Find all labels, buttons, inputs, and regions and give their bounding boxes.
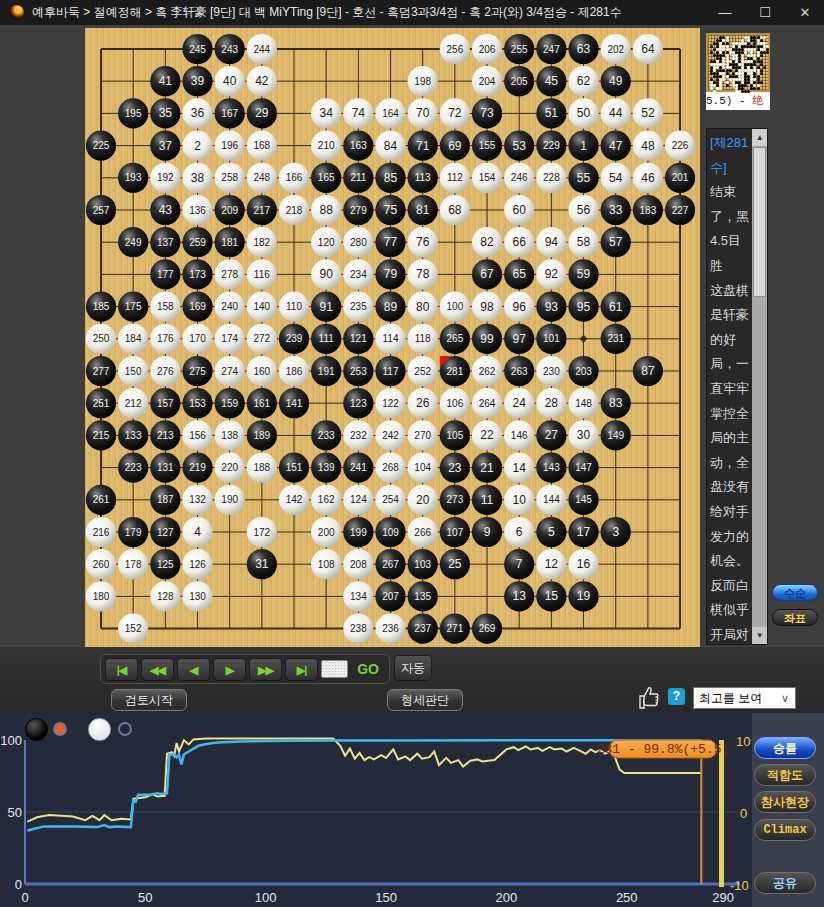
svg-text:253: 253 <box>350 366 367 377</box>
stone-W104: 104 <box>408 453 438 483</box>
svg-text:24: 24 <box>513 396 527 410</box>
svg-text:243: 243 <box>221 44 238 55</box>
svg-text:262: 262 <box>479 366 496 377</box>
stone-W232: 232 <box>343 420 373 450</box>
stone-B19: 19 <box>568 581 598 611</box>
stone-W14: 14 <box>504 453 534 483</box>
stone-B265: 265 <box>440 324 470 354</box>
svg-text:113: 113 <box>415 172 431 183</box>
svg-text:142: 142 <box>286 494 303 505</box>
stone-B253: 253 <box>343 356 373 386</box>
stone-B51: 51 <box>536 98 566 128</box>
svg-text:76: 76 <box>416 235 430 249</box>
svg-text:46: 46 <box>641 171 655 185</box>
svg-text:72: 72 <box>448 106 462 120</box>
svg-text:223: 223 <box>125 462 142 473</box>
stone-W26: 26 <box>408 388 438 418</box>
stone-W108: 108 <box>311 549 341 579</box>
svg-text:118: 118 <box>415 333 431 344</box>
stone-B73: 73 <box>472 98 502 128</box>
svg-text:198: 198 <box>414 76 431 87</box>
svg-text:161: 161 <box>254 398 271 409</box>
svg-text:275: 275 <box>189 366 206 377</box>
svg-text:117: 117 <box>383 366 399 377</box>
svg-text:187: 187 <box>157 494 174 505</box>
svg-text:10: 10 <box>736 734 750 749</box>
svg-text:112: 112 <box>447 172 463 183</box>
stone-W74: 74 <box>343 98 373 128</box>
svg-text:146: 146 <box>511 430 528 441</box>
stone-W58: 58 <box>568 227 598 257</box>
svg-text:10: 10 <box>513 493 527 507</box>
minimize-button[interactable]: — <box>718 5 732 20</box>
commentary-scrollbar[interactable]: ▲ ▼ <box>752 129 767 644</box>
svg-text:192: 192 <box>157 172 174 183</box>
svg-text:149: 149 <box>607 430 624 441</box>
svg-text:60: 60 <box>513 203 527 217</box>
stone-B35: 35 <box>150 98 180 128</box>
stone-W178: 178 <box>118 549 148 579</box>
stone-W254: 254 <box>375 485 405 515</box>
svg-text:15: 15 <box>545 589 559 603</box>
stone-B89: 89 <box>375 292 405 322</box>
stone-W190: 190 <box>215 485 245 515</box>
stone-B239: 239 <box>279 324 309 354</box>
stone-B229: 229 <box>536 131 566 161</box>
stone-B227: 227 <box>665 195 695 225</box>
svg-text:175: 175 <box>125 301 142 312</box>
mini-board-thumbnail[interactable] <box>706 33 770 92</box>
svg-text:36: 36 <box>191 106 205 120</box>
nav-button-forward[interactable]: ▶ <box>213 658 246 681</box>
stone-W30: 30 <box>568 420 598 450</box>
svg-text:56: 56 <box>577 203 591 217</box>
stone-B187: 187 <box>150 485 180 515</box>
svg-text:266: 266 <box>414 527 431 538</box>
comment-line: 这盘棋 <box>710 279 752 304</box>
svg-text:140: 140 <box>254 301 271 312</box>
svg-text:90: 90 <box>320 267 334 281</box>
svg-text:215: 215 <box>93 430 110 441</box>
svg-text:209: 209 <box>221 205 238 216</box>
stone-B57: 57 <box>601 227 631 257</box>
stone-B31: 31 <box>247 549 277 579</box>
stone-W250: 250 <box>86 324 116 354</box>
svg-text:249: 249 <box>125 237 142 248</box>
svg-text:152: 152 <box>125 623 142 634</box>
svg-text:181: 181 <box>221 237 238 248</box>
svg-text:71: 71 <box>416 139 430 153</box>
graph-button-공유[interactable]: 공유 <box>754 872 816 894</box>
svg-text:226: 226 <box>672 140 689 151</box>
svg-text:53: 53 <box>513 139 527 153</box>
maximize-button[interactable]: ☐ <box>758 5 772 20</box>
svg-text:184: 184 <box>125 333 142 344</box>
review-start-button[interactable]: 검토시작 <box>111 689 187 711</box>
stone-B189: 189 <box>247 420 277 450</box>
mini-stone <box>726 84 729 87</box>
stone-W176: 176 <box>150 324 180 354</box>
stone-W84: 84 <box>375 131 405 161</box>
svg-text:268: 268 <box>382 462 399 473</box>
mini-stone <box>729 69 732 72</box>
stone-W158: 158 <box>150 292 180 322</box>
svg-text:127: 127 <box>157 527 174 538</box>
svg-text:217: 217 <box>254 205 271 216</box>
stone-B125: 125 <box>150 549 180 579</box>
stone-B123: 123 <box>343 388 373 418</box>
nav-button-fast-forward[interactable]: ▶▶ <box>249 658 282 681</box>
stone-W122: 122 <box>375 388 405 418</box>
svg-text:167: 167 <box>221 108 238 119</box>
stone-W2: 2 <box>182 131 212 161</box>
stone-B165: 165 <box>311 163 341 193</box>
stone-W266: 266 <box>408 517 438 547</box>
svg-text:227: 227 <box>672 205 689 216</box>
stone-W124: 124 <box>343 485 373 515</box>
stone-B9: 9 <box>472 517 502 547</box>
stone-W42: 42 <box>247 66 277 96</box>
stone-B43: 43 <box>150 195 180 225</box>
svg-text:166: 166 <box>286 172 303 183</box>
stone-B79: 79 <box>375 259 405 289</box>
stone-B157: 157 <box>150 388 180 418</box>
stone-B103: 103 <box>408 549 438 579</box>
nav-button-first[interactable]: |◀ <box>105 658 138 681</box>
scroll-down-icon[interactable]: ▼ <box>752 627 767 644</box>
stone-B211: 211 <box>343 163 373 193</box>
stone-W36: 36 <box>182 98 212 128</box>
stone-W218: 218 <box>279 195 309 225</box>
stone-W76: 76 <box>408 227 438 257</box>
stone-B153: 153 <box>182 388 212 418</box>
svg-text:114: 114 <box>383 333 399 344</box>
stone-W252: 252 <box>408 356 438 386</box>
comment-line: 盘没有 <box>710 475 752 500</box>
move-input[interactable] <box>321 660 348 678</box>
title-bar: 예후바둑 > 절예정해 > 흑 李轩豪 [9단] 대 백 MiYTing [9단… <box>0 0 824 25</box>
svg-text:157: 157 <box>157 398 174 409</box>
stone-W246: 246 <box>504 163 534 193</box>
svg-text:29: 29 <box>255 106 269 120</box>
stone-B271: 271 <box>440 614 470 644</box>
stone-W198: 198 <box>408 66 438 96</box>
svg-text:88: 88 <box>320 203 334 217</box>
svg-text:134: 134 <box>350 591 367 602</box>
nav-button-fast-back[interactable]: ◀◀ <box>141 658 174 681</box>
stone-B209: 209 <box>215 195 245 225</box>
svg-text:96: 96 <box>513 300 527 314</box>
nav-button-last[interactable]: ▶| <box>285 658 318 681</box>
stone-W16: 16 <box>568 549 598 579</box>
comment-line: 수] <box>710 156 752 181</box>
moves-toggle-button[interactable]: 수순 <box>772 584 818 601</box>
svg-text:281: 281 <box>447 366 464 377</box>
display-mode-select[interactable]: 최고를 보여 ∨ <box>693 687 796 709</box>
stone-W170: 170 <box>182 324 212 354</box>
stone-W64: 64 <box>633 34 663 64</box>
stone-B137: 137 <box>150 227 180 257</box>
graph-button-참사현장[interactable]: 참사현장 <box>754 791 816 813</box>
stone-B133: 133 <box>118 420 148 450</box>
comment-line: 是轩豪 <box>710 303 752 328</box>
svg-text:89: 89 <box>384 300 398 314</box>
stone-W270: 270 <box>408 420 438 450</box>
svg-text:232: 232 <box>350 430 367 441</box>
stone-W40: 40 <box>215 66 245 96</box>
svg-text:246: 246 <box>511 172 528 183</box>
svg-text:84: 84 <box>384 139 398 153</box>
svg-text:272: 272 <box>254 333 271 344</box>
svg-text:137: 137 <box>157 237 174 248</box>
svg-text:158: 158 <box>157 301 174 312</box>
svg-text:141: 141 <box>286 398 303 409</box>
close-button[interactable]: ✕ <box>798 5 812 20</box>
comment-line: 局，一 <box>710 352 752 377</box>
svg-text:23: 23 <box>448 461 462 475</box>
nav-button-back[interactable]: ◀ <box>177 658 210 681</box>
mini-stone <box>763 36 766 39</box>
stone-W236: 236 <box>375 614 405 644</box>
stone-B201: 201 <box>665 163 695 193</box>
stone-W56: 56 <box>568 195 598 225</box>
stone-W242: 242 <box>375 420 405 450</box>
svg-text:73: 73 <box>480 106 494 120</box>
svg-text:250: 250 <box>616 890 638 905</box>
svg-text:64: 64 <box>641 42 655 56</box>
svg-text:128: 128 <box>157 591 174 602</box>
stone-B195: 195 <box>118 98 148 128</box>
svg-text:120: 120 <box>318 237 335 248</box>
stone-B267: 267 <box>375 549 405 579</box>
stone-B15: 15 <box>536 581 566 611</box>
svg-text:271: 271 <box>447 623 464 634</box>
svg-text:50: 50 <box>577 106 591 120</box>
stone-B167: 167 <box>215 98 245 128</box>
svg-text:91: 91 <box>320 300 334 314</box>
stone-B101: 101 <box>536 324 566 354</box>
stone-B279: 279 <box>343 195 373 225</box>
svg-text:74: 74 <box>352 106 366 120</box>
stone-B225: 225 <box>86 131 116 161</box>
svg-text:245: 245 <box>189 44 206 55</box>
commentary-panel: [제281수]结束了，黑4.5目胜这盘棋是轩豪的好局，一直牢牢掌控全局的主动，全… <box>706 128 768 645</box>
svg-text:47: 47 <box>609 139 623 153</box>
comment-line: 掌控全 <box>710 402 752 427</box>
stone-B175: 175 <box>118 292 148 322</box>
coords-toggle-button[interactable]: 좌표 <box>772 609 818 626</box>
svg-text:169: 169 <box>189 301 206 312</box>
stone-B199: 199 <box>343 517 373 547</box>
stone-B273: 273 <box>440 485 470 515</box>
comment-line: 了，黑 <box>710 205 752 230</box>
stone-B97: 97 <box>504 324 534 354</box>
svg-text:25: 25 <box>448 557 462 571</box>
svg-text:190: 190 <box>221 494 238 505</box>
svg-text:-10: -10 <box>730 878 749 893</box>
graph-button-Climax[interactable]: Climax <box>754 819 816 841</box>
stone-B169: 169 <box>182 292 212 322</box>
svg-text:106: 106 <box>447 398 464 409</box>
svg-text:77: 77 <box>384 235 398 249</box>
svg-text:20: 20 <box>416 493 430 507</box>
comment-line: 局的主 <box>710 426 752 451</box>
stone-W146: 146 <box>504 420 534 450</box>
stone-W12: 12 <box>536 549 566 579</box>
svg-text:100: 100 <box>0 733 22 748</box>
scroll-up-icon[interactable]: ▲ <box>752 129 767 146</box>
stone-B93: 93 <box>536 292 566 322</box>
stone-W100: 100 <box>440 292 470 322</box>
stone-W184: 184 <box>118 324 148 354</box>
graph-button-적합도[interactable]: 적합도 <box>754 764 816 786</box>
svg-text:154: 154 <box>479 172 496 183</box>
svg-text:44: 44 <box>609 106 623 120</box>
svg-text:264: 264 <box>479 398 496 409</box>
stone-W156: 156 <box>182 420 212 450</box>
control-strip: |◀◀◀◀▶▶▶▶| GO 자동 검토시작 형세판단 ? 최고를 보여 ∨ <box>0 647 824 713</box>
graph-button-승률[interactable]: 승률 <box>754 737 816 759</box>
stone-W258: 258 <box>215 163 245 193</box>
stone-B47: 47 <box>601 131 631 161</box>
stone-B1: 1 <box>568 131 598 161</box>
stone-W264: 264 <box>472 388 502 418</box>
svg-text:22: 22 <box>480 428 494 442</box>
stone-W182: 182 <box>247 227 277 257</box>
svg-text:216: 216 <box>93 527 110 538</box>
svg-text:62: 62 <box>577 74 591 88</box>
stone-W154: 154 <box>472 163 502 193</box>
stone-W80: 80 <box>408 292 438 322</box>
svg-text:50: 50 <box>138 890 152 905</box>
stone-B7: 7 <box>504 549 534 579</box>
stone-B193: 193 <box>118 163 148 193</box>
scrollbar-thumb[interactable] <box>753 147 766 297</box>
stone-W204: 204 <box>472 66 502 96</box>
stone-W256: 256 <box>440 34 470 64</box>
stone-B127: 127 <box>150 517 180 547</box>
black-stone-toggle[interactable] <box>25 718 48 741</box>
stone-B85: 85 <box>375 163 405 193</box>
stone-W180: 180 <box>86 581 116 611</box>
stone-B29: 29 <box>247 98 277 128</box>
stone-W138: 138 <box>215 420 245 450</box>
svg-text:199: 199 <box>350 527 367 538</box>
svg-text:164: 164 <box>382 108 399 119</box>
stone-W280: 280 <box>343 227 373 257</box>
stone-B251: 251 <box>86 388 116 418</box>
svg-text:159: 159 <box>221 398 238 409</box>
white-stone-toggle[interactable] <box>88 718 111 741</box>
svg-text:256: 256 <box>447 44 464 55</box>
svg-text:42: 42 <box>255 74 269 88</box>
black-selected-radio[interactable] <box>53 722 67 736</box>
svg-text:208: 208 <box>350 559 367 570</box>
stone-W220: 220 <box>215 453 245 483</box>
white-selected-radio[interactable] <box>118 722 132 736</box>
stone-B13: 13 <box>504 581 534 611</box>
stone-W268: 268 <box>375 453 405 483</box>
go-board[interactable]: 2452432442562062552476320264413940421982… <box>85 28 700 647</box>
svg-text:278: 278 <box>221 269 238 280</box>
svg-text:200: 200 <box>318 527 335 538</box>
svg-text:67: 67 <box>480 267 494 281</box>
stone-W208: 208 <box>343 549 373 579</box>
svg-text:203: 203 <box>575 366 592 377</box>
stone-W120: 120 <box>311 227 341 257</box>
stone-W206: 206 <box>472 34 502 64</box>
help-icon[interactable]: ? <box>668 688 685 705</box>
comment-line: 棋似乎 <box>710 598 752 623</box>
svg-text:97: 97 <box>513 332 527 346</box>
stone-W44: 44 <box>601 98 631 128</box>
thumbs-up-icon[interactable] <box>637 684 660 710</box>
chevron-down-icon: ∨ <box>781 688 789 708</box>
stone-W126: 126 <box>182 549 212 579</box>
stone-B185: 185 <box>86 292 116 322</box>
svg-text:28: 28 <box>545 396 559 410</box>
svg-text:7: 7 <box>516 557 523 571</box>
svg-text:83: 83 <box>609 396 623 410</box>
stone-B81: 81 <box>408 195 438 225</box>
mini-stone <box>753 48 756 51</box>
svg-text:68: 68 <box>448 203 462 217</box>
svg-text:30: 30 <box>577 428 591 442</box>
svg-text:108: 108 <box>318 559 335 570</box>
svg-text:173: 173 <box>189 269 206 280</box>
auto-play-button[interactable]: 자동 <box>394 655 432 681</box>
stone-B147: 147 <box>568 453 598 483</box>
stone-B71: 71 <box>408 131 438 161</box>
stone-B45: 45 <box>536 66 566 96</box>
stone-W152: 152 <box>118 614 148 644</box>
stone-B173: 173 <box>182 259 212 289</box>
stone-W96: 96 <box>504 292 534 322</box>
stone-W114: 114 <box>375 324 405 354</box>
stone-W228: 228 <box>536 163 566 193</box>
svg-text:147: 147 <box>575 462 592 473</box>
stone-W106: 106 <box>440 388 470 418</box>
go-button[interactable]: GO <box>351 661 385 677</box>
svg-text:189: 189 <box>254 430 271 441</box>
svg-text:200: 200 <box>496 890 518 905</box>
stone-W276: 276 <box>150 356 180 386</box>
svg-text:21: 21 <box>480 461 494 475</box>
stone-W212: 212 <box>118 388 148 418</box>
svg-text:122: 122 <box>382 398 399 409</box>
mini-stone <box>719 87 722 90</box>
svg-text:239: 239 <box>286 333 303 344</box>
svg-text:80: 80 <box>416 300 430 314</box>
svg-text:52: 52 <box>641 106 655 120</box>
nav-button-group: |◀◀◀◀▶▶▶▶| GO <box>100 654 390 684</box>
svg-text:218: 218 <box>286 205 303 216</box>
stone-B247: 247 <box>536 34 566 64</box>
svg-text:55: 55 <box>577 171 591 185</box>
svg-text:242: 242 <box>382 430 399 441</box>
position-judge-button[interactable]: 형세판단 <box>387 689 463 711</box>
stone-B155: 155 <box>472 131 502 161</box>
svg-text:269: 269 <box>479 623 496 634</box>
stone-W174: 174 <box>215 324 245 354</box>
svg-text:81: 81 <box>416 203 430 217</box>
stone-B183: 183 <box>633 195 663 225</box>
app-icon <box>9 5 24 20</box>
svg-text:69: 69 <box>448 139 462 153</box>
stone-W278: 278 <box>215 259 245 289</box>
stone-W164: 164 <box>375 98 405 128</box>
stone-W226: 226 <box>665 131 695 161</box>
